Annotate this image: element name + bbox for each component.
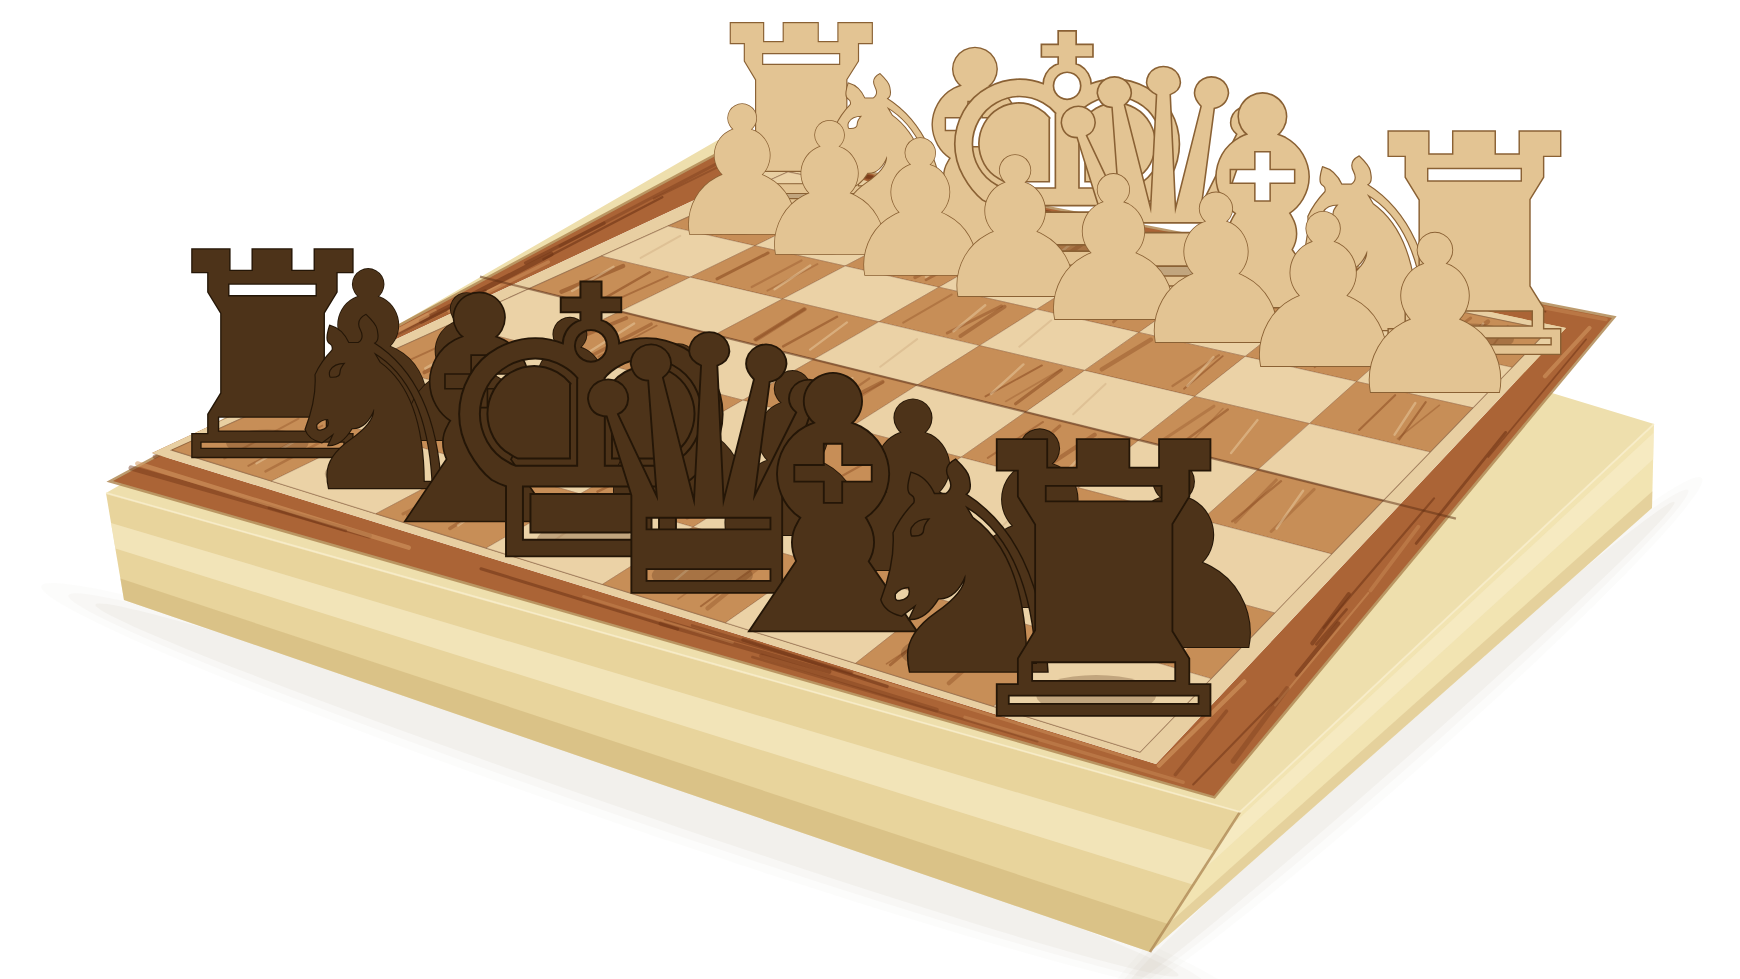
black-rook-a8: ♜ [935,366,1273,804]
white-pawn-a2: ♟ [1337,189,1533,443]
product-photo-stage: Wooden folding chess board with carved l… [0,0,1740,979]
chessboard: Wooden folding chess board with carved l… [0,0,1740,979]
